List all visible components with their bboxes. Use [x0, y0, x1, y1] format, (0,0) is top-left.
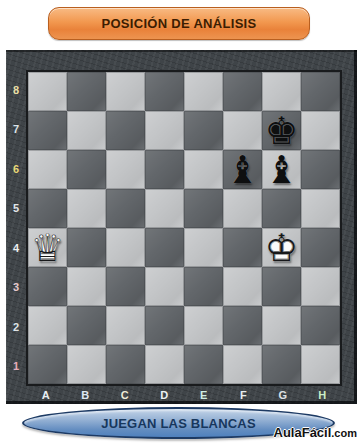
square-f8[interactable] — [223, 72, 262, 111]
square-a3[interactable] — [28, 267, 67, 306]
square-b3[interactable] — [67, 267, 106, 306]
brand-logo: AulaFácil.com — [274, 425, 357, 440]
turn-banner-label: JUEGAN LAS BLANCAS — [101, 416, 256, 431]
rank-label-4: 4 — [6, 228, 26, 268]
square-h8[interactable] — [301, 72, 340, 111]
square-f6[interactable]: ♝ — [223, 150, 262, 189]
file-label-g: G — [263, 386, 303, 404]
square-h2[interactable] — [301, 306, 340, 345]
black-bishop: ♝ — [262, 150, 301, 189]
square-d7[interactable] — [145, 111, 184, 150]
square-g2[interactable] — [262, 306, 301, 345]
rank-labels: 87654321 — [6, 70, 26, 386]
square-e1[interactable] — [184, 345, 223, 384]
brand-name: AulaFácil — [274, 425, 332, 440]
file-label-f: F — [224, 386, 264, 404]
square-d2[interactable] — [145, 306, 184, 345]
square-e2[interactable] — [184, 306, 223, 345]
rank-label-3: 3 — [6, 268, 26, 308]
rank-label-6: 6 — [6, 149, 26, 189]
square-d6[interactable] — [145, 150, 184, 189]
rank-label-5: 5 — [6, 189, 26, 229]
square-a7[interactable] — [28, 111, 67, 150]
rank-label-8: 8 — [6, 70, 26, 110]
square-g4[interactable]: ♚♔ — [262, 228, 301, 267]
square-f7[interactable] — [223, 111, 262, 150]
square-b6[interactable] — [67, 150, 106, 189]
square-f5[interactable] — [223, 189, 262, 228]
white-queen: ♕ — [28, 228, 67, 267]
brand-suffix: .com — [331, 427, 357, 439]
chess-board: ♚♝♝♛♕♚♔ — [26, 70, 342, 386]
rank-label-1: 1 — [6, 347, 26, 387]
title-banner: POSICIÓN DE ANÁLISIS — [48, 7, 310, 40]
square-c4[interactable] — [106, 228, 145, 267]
square-a2[interactable] — [28, 306, 67, 345]
square-d1[interactable] — [145, 345, 184, 384]
square-h6[interactable] — [301, 150, 340, 189]
square-g7[interactable]: ♚ — [262, 111, 301, 150]
square-c8[interactable] — [106, 72, 145, 111]
square-a8[interactable] — [28, 72, 67, 111]
square-a4[interactable]: ♛♕ — [28, 228, 67, 267]
square-g8[interactable] — [262, 72, 301, 111]
chess-board-frame: 87654321 ♚♝♝♛♕♚♔ ABCDEFGH — [6, 50, 357, 404]
file-label-e: E — [184, 386, 224, 404]
black-king: ♚ — [262, 111, 301, 150]
square-b8[interactable] — [67, 72, 106, 111]
square-h5[interactable] — [301, 189, 340, 228]
square-a1[interactable] — [28, 345, 67, 384]
black-bishop: ♝ — [223, 150, 262, 189]
square-c7[interactable] — [106, 111, 145, 150]
square-b5[interactable] — [67, 189, 106, 228]
file-label-a: A — [26, 386, 66, 404]
square-c1[interactable] — [106, 345, 145, 384]
square-f4[interactable] — [223, 228, 262, 267]
square-g6[interactable]: ♝ — [262, 150, 301, 189]
square-d5[interactable] — [145, 189, 184, 228]
square-e5[interactable] — [184, 189, 223, 228]
square-g3[interactable] — [262, 267, 301, 306]
square-e6[interactable] — [184, 150, 223, 189]
page-title: POSICIÓN DE ANÁLISIS — [101, 16, 256, 31]
square-h4[interactable] — [301, 228, 340, 267]
file-label-h: H — [303, 386, 343, 404]
square-a5[interactable] — [28, 189, 67, 228]
rank-label-2: 2 — [6, 307, 26, 347]
file-label-b: B — [66, 386, 106, 404]
square-d4[interactable] — [145, 228, 184, 267]
square-d3[interactable] — [145, 267, 184, 306]
page: POSICIÓN DE ANÁLISIS 87654321 ♚♝♝♛♕♚♔ AB… — [0, 0, 360, 445]
square-d8[interactable] — [145, 72, 184, 111]
square-e8[interactable] — [184, 72, 223, 111]
square-e3[interactable] — [184, 267, 223, 306]
square-g5[interactable] — [262, 189, 301, 228]
square-a6[interactable] — [28, 150, 67, 189]
white-king: ♔ — [262, 228, 301, 267]
square-g1[interactable] — [262, 345, 301, 384]
square-b4[interactable] — [67, 228, 106, 267]
square-h7[interactable] — [301, 111, 340, 150]
square-e7[interactable] — [184, 111, 223, 150]
square-c5[interactable] — [106, 189, 145, 228]
square-c6[interactable] — [106, 150, 145, 189]
file-labels: ABCDEFGH — [26, 386, 342, 404]
file-label-d: D — [145, 386, 185, 404]
square-h1[interactable] — [301, 345, 340, 384]
square-b2[interactable] — [67, 306, 106, 345]
square-h3[interactable] — [301, 267, 340, 306]
white-queen-fill: ♛ — [28, 228, 67, 267]
rank-label-7: 7 — [6, 110, 26, 150]
square-f2[interactable] — [223, 306, 262, 345]
square-c2[interactable] — [106, 306, 145, 345]
file-label-c: C — [105, 386, 145, 404]
white-king-fill: ♚ — [262, 228, 301, 267]
square-f1[interactable] — [223, 345, 262, 384]
square-b7[interactable] — [67, 111, 106, 150]
square-f3[interactable] — [223, 267, 262, 306]
square-b1[interactable] — [67, 345, 106, 384]
square-e4[interactable] — [184, 228, 223, 267]
square-c3[interactable] — [106, 267, 145, 306]
